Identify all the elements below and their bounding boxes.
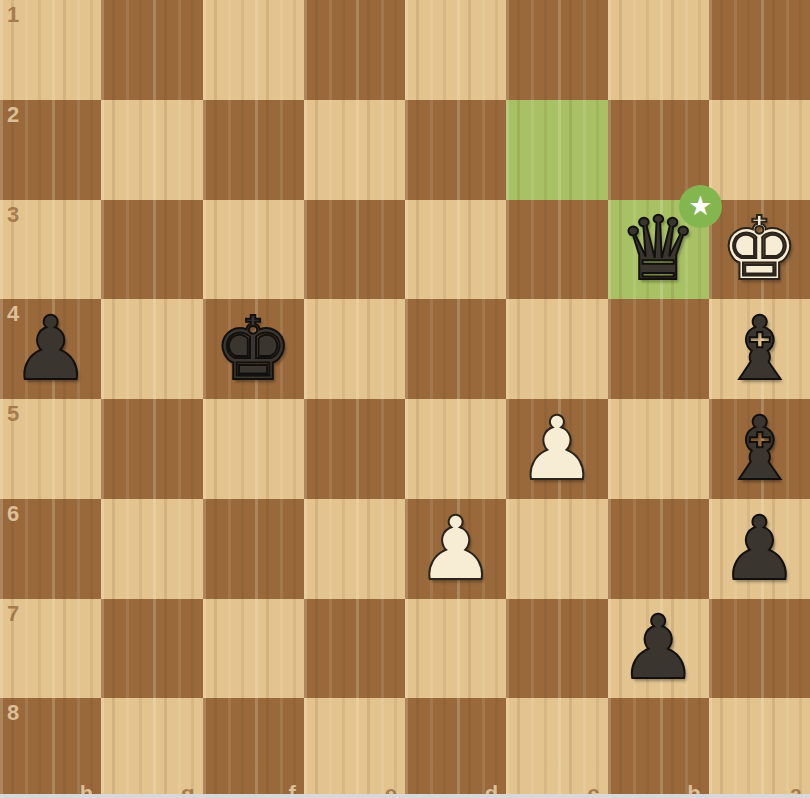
rank-label-2: 2 <box>7 104 19 126</box>
star-icon: ★ <box>688 192 712 219</box>
rank-label-8: 8 <box>7 702 19 724</box>
square-h1[interactable]: 1 <box>0 0 101 100</box>
square-h2[interactable]: 2 <box>0 100 101 200</box>
square-f6[interactable] <box>203 499 304 599</box>
best-move-badge: ★ <box>679 185 722 228</box>
square-d8[interactable]: d <box>405 698 506 798</box>
piece-black-bishop[interactable]: ♝ <box>709 399 810 499</box>
square-e4[interactable] <box>304 299 405 399</box>
square-b2[interactable] <box>608 100 709 200</box>
square-g6[interactable] <box>101 499 202 599</box>
square-h3[interactable]: 3 <box>0 200 101 300</box>
square-g4[interactable] <box>101 299 202 399</box>
square-c3[interactable] <box>506 200 607 300</box>
square-f3[interactable] <box>203 200 304 300</box>
piece-black-bishop[interactable]: ♝ <box>709 299 810 399</box>
square-d3[interactable] <box>405 200 506 300</box>
square-a4[interactable]: ♝ <box>709 299 810 399</box>
square-c1[interactable] <box>506 0 607 100</box>
square-c7[interactable] <box>506 599 607 699</box>
square-f4[interactable]: ♚ <box>203 299 304 399</box>
rank-label-7: 7 <box>7 603 19 625</box>
square-c6[interactable] <box>506 499 607 599</box>
square-b8[interactable]: b <box>608 698 709 798</box>
square-a3[interactable]: ♚ <box>709 200 810 300</box>
bottom-edge-strip <box>0 794 810 798</box>
rank-label-5: 5 <box>7 403 19 425</box>
piece-black-pawn[interactable]: ♟ <box>608 599 709 699</box>
piece-black-king[interactable]: ♚ <box>203 299 304 399</box>
square-a6[interactable]: ♟ <box>709 499 810 599</box>
square-b7[interactable]: ♟ <box>608 599 709 699</box>
square-d6[interactable]: ♟ <box>405 499 506 599</box>
square-b5[interactable] <box>608 399 709 499</box>
chess-board: 123♛★♚4♟♚♝5♟♝6♟♟7♟8hgfedcba <box>0 0 810 798</box>
square-b1[interactable] <box>608 0 709 100</box>
square-f8[interactable]: f <box>203 698 304 798</box>
square-g7[interactable] <box>101 599 202 699</box>
square-d1[interactable] <box>405 0 506 100</box>
square-a1[interactable] <box>709 0 810 100</box>
square-g2[interactable] <box>101 100 202 200</box>
square-g1[interactable] <box>101 0 202 100</box>
square-e6[interactable] <box>304 499 405 599</box>
square-a7[interactable] <box>709 599 810 699</box>
rank-label-1: 1 <box>7 4 19 26</box>
square-h5[interactable]: 5 <box>0 399 101 499</box>
square-h7[interactable]: 7 <box>0 599 101 699</box>
square-g8[interactable]: g <box>101 698 202 798</box>
square-h8[interactable]: 8h <box>0 698 101 798</box>
piece-black-pawn[interactable]: ♟ <box>0 299 101 399</box>
square-c8[interactable]: c <box>506 698 607 798</box>
square-e2[interactable] <box>304 100 405 200</box>
square-h4[interactable]: 4♟ <box>0 299 101 399</box>
square-h6[interactable]: 6 <box>0 499 101 599</box>
rank-label-6: 6 <box>7 503 19 525</box>
square-a5[interactable]: ♝ <box>709 399 810 499</box>
square-e1[interactable] <box>304 0 405 100</box>
square-f7[interactable] <box>203 599 304 699</box>
square-e8[interactable]: e <box>304 698 405 798</box>
square-f5[interactable] <box>203 399 304 499</box>
square-f1[interactable] <box>203 0 304 100</box>
chess-board-screenshot: 123♛★♚4♟♚♝5♟♝6♟♟7♟8hgfedcba <box>0 0 810 798</box>
square-e7[interactable] <box>304 599 405 699</box>
square-g3[interactable] <box>101 200 202 300</box>
square-e3[interactable] <box>304 200 405 300</box>
square-b4[interactable] <box>608 299 709 399</box>
square-a8[interactable]: a <box>709 698 810 798</box>
piece-white-king[interactable]: ♚ <box>709 200 810 300</box>
square-d2[interactable] <box>405 100 506 200</box>
square-d4[interactable] <box>405 299 506 399</box>
square-d7[interactable] <box>405 599 506 699</box>
square-f2[interactable] <box>203 100 304 200</box>
square-e5[interactable] <box>304 399 405 499</box>
square-c5[interactable]: ♟ <box>506 399 607 499</box>
piece-black-pawn[interactable]: ♟ <box>709 499 810 599</box>
square-d5[interactable] <box>405 399 506 499</box>
square-b3[interactable]: ♛★ <box>608 200 709 300</box>
rank-label-3: 3 <box>7 204 19 226</box>
square-g5[interactable] <box>101 399 202 499</box>
piece-white-pawn[interactable]: ♟ <box>405 499 506 599</box>
square-a2[interactable] <box>709 100 810 200</box>
square-c2[interactable] <box>506 100 607 200</box>
square-c4[interactable] <box>506 299 607 399</box>
square-b6[interactable] <box>608 499 709 599</box>
piece-white-pawn[interactable]: ♟ <box>506 399 607 499</box>
